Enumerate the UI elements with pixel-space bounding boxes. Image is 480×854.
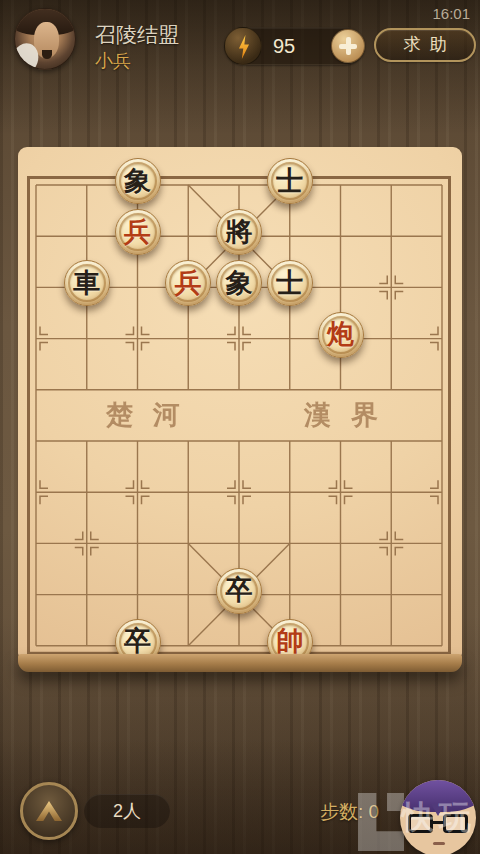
clock: 16:01 <box>432 5 470 22</box>
piece-red-6-3[interactable]: 炮 <box>318 312 364 358</box>
add-energy-button[interactable] <box>331 29 365 63</box>
steps-counter: 步数: 0 <box>320 799 379 825</box>
river-label-left: 楚河 <box>106 399 200 431</box>
board-edge <box>18 654 462 672</box>
avatar-beard <box>42 50 52 59</box>
piece-red-2-1[interactable]: 兵 <box>115 209 161 255</box>
avatar-mouth <box>433 842 445 845</box>
player-rank: 小兵 <box>95 49 131 73</box>
help-button[interactable]: 求助 <box>374 28 476 62</box>
piece-black-4-8[interactable]: 卒 <box>216 568 262 614</box>
chevron-up-icon <box>36 801 62 821</box>
app-screen: { "meta": { "time": "16:01" }, "header":… <box>0 0 480 854</box>
xiangqi-board[interactable]: 楚河 漢界 象士兵將車兵象士炮卒卒帥 <box>18 147 462 656</box>
players-count-badge: 2人 <box>84 794 170 828</box>
opponent-avatar[interactable] <box>400 780 476 854</box>
piece-black-2-0[interactable]: 象 <box>115 158 161 204</box>
piece-black-5-0[interactable]: 士 <box>267 158 313 204</box>
player-name: 召陵结盟 <box>95 21 179 49</box>
piece-black-1-2[interactable]: 車 <box>64 260 110 306</box>
river-label-right: 漢界 <box>304 399 398 431</box>
energy-value: 95 <box>273 35 295 58</box>
glasses-icon <box>407 814 469 834</box>
lightning-icon <box>224 27 262 65</box>
piece-black-4-1[interactable]: 將 <box>216 209 262 255</box>
expand-button[interactable] <box>20 782 78 840</box>
energy-pill: 95 <box>224 27 364 65</box>
player-avatar[interactable] <box>14 8 76 70</box>
piece-black-5-2[interactable]: 士 <box>267 260 313 306</box>
